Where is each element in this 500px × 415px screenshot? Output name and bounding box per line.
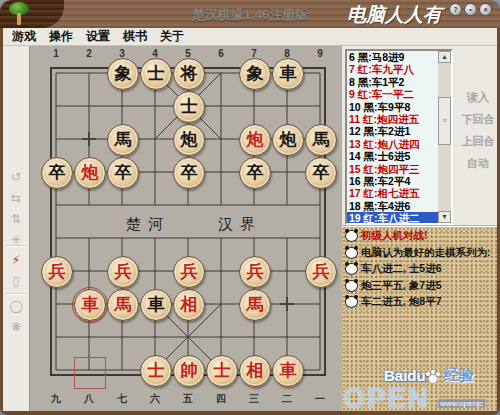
- file-label-bottom: 三: [249, 392, 259, 406]
- file-label-top: 2: [86, 48, 92, 59]
- window-buttons: ?•×: [449, 3, 492, 16]
- piece-black-馬[interactable]: 馬: [107, 124, 139, 156]
- piece-red-兵[interactable]: 兵: [305, 256, 337, 288]
- piece-black-卒[interactable]: 卒: [239, 157, 271, 189]
- piece-black-車[interactable]: 車: [272, 58, 304, 90]
- app-window: 楚汉棋缘1.46注册版 电脑人人有 ?•× 游戏操作设置棋书关于 ↺⇆⇅✳⚡▯◯…: [0, 0, 500, 415]
- file-label-bottom: 五: [183, 392, 193, 406]
- left-toolbar: ↺⇆⇅✳⚡▯◯❋: [3, 46, 30, 411]
- piece-black-士[interactable]: 士: [140, 58, 172, 90]
- piece-red-兵[interactable]: 兵: [107, 256, 139, 288]
- button-自动[interactable]: 自动: [467, 156, 489, 171]
- close-button[interactable]: ×: [479, 3, 492, 16]
- piece-black-卒[interactable]: 卒: [41, 157, 73, 189]
- file-label-bottom: 一: [315, 392, 325, 406]
- move-list-item[interactable]: 6 黑:马8进9: [347, 51, 451, 63]
- piece-red-車[interactable]: 車: [272, 355, 304, 387]
- move-list-scrollbar[interactable]: ▲ ≡ ▼: [438, 51, 451, 223]
- piece-red-帥[interactable]: 帥: [173, 355, 205, 387]
- file-label-bottom: 八: [84, 392, 94, 406]
- piece-red-馬[interactable]: 馬: [239, 289, 271, 321]
- piece-red-相[interactable]: 相: [239, 355, 271, 387]
- analysis-line: 炮三平五, 象7进5: [345, 279, 442, 293]
- piece-red-炮[interactable]: 炮: [239, 124, 271, 156]
- move-list-item[interactable]: 17 红:相七进五: [347, 187, 451, 199]
- piece-black-士[interactable]: 士: [173, 91, 205, 123]
- panda-icon: [345, 263, 358, 275]
- menu-item-设置[interactable]: 设置: [86, 28, 110, 45]
- analysis-text: 车二进五, 炮8平7: [361, 295, 442, 309]
- piece-black-馬[interactable]: 馬: [305, 124, 337, 156]
- help-button[interactable]: ?: [449, 3, 462, 16]
- piece-black-卒[interactable]: 卒: [305, 157, 337, 189]
- move-list-item[interactable]: 19 红:车八进二: [347, 212, 451, 224]
- watermark-exp: 经验: [444, 366, 474, 385]
- panda-icon: [345, 280, 358, 292]
- move-updown-icon[interactable]: ⇅: [3, 212, 29, 226]
- playback-controls: 读入下回合上回合自动: [460, 90, 496, 171]
- piece-black-象[interactable]: 象: [239, 58, 271, 90]
- right-panel: 6 黑:马8进97 红:车九平八8 黑:车1平29 红:车一平二10 黑:车9平…: [342, 46, 497, 411]
- piece-black-車[interactable]: 車: [140, 289, 172, 321]
- file-label-bottom: 四: [216, 392, 226, 406]
- menu-item-棋书[interactable]: 棋书: [123, 28, 147, 45]
- move-list-item[interactable]: 14 黑:士6进5: [347, 150, 451, 162]
- analysis-text: 车八进二, 士5进6: [361, 262, 442, 276]
- panda-icon: [345, 296, 358, 308]
- file-label-top: 1: [53, 48, 59, 59]
- brand-text: 电脑人人有: [347, 2, 442, 28]
- xiangqi-board[interactable]: 楚河 汉界 123456789九八七六五四三二一象士将象車士馬炮炮炮馬卒炮卒卒卒…: [29, 46, 343, 411]
- piece-black-将[interactable]: 将: [173, 58, 205, 90]
- piece-red-兵[interactable]: 兵: [41, 256, 73, 288]
- river-label-right: 汉界: [218, 215, 262, 234]
- scroll-down-button[interactable]: ▼: [438, 211, 451, 223]
- piece-red-相[interactable]: 相: [173, 289, 205, 321]
- analysis-text: 炮三平五, 象7进5: [361, 279, 442, 293]
- piece-red-士[interactable]: 士: [140, 355, 172, 387]
- button-上回合[interactable]: 上回合: [462, 134, 495, 149]
- analysis-line: 电脑认为最好的走棋系列为:: [345, 246, 491, 260]
- watermark-baidu: Baidu: [384, 367, 439, 384]
- move-list-item[interactable]: 7 红:车九平八: [347, 63, 451, 75]
- move-list-item[interactable]: 10 黑:车9平8: [347, 101, 451, 113]
- panda-icon: [345, 247, 358, 259]
- flower-icon[interactable]: ❋: [3, 320, 29, 334]
- file-label-bottom: 六: [150, 392, 160, 406]
- analysis-line: 车二进五, 炮8平7: [345, 295, 442, 309]
- toolbar-separator: [6, 293, 26, 294]
- last-move-from-marker: [74, 357, 106, 389]
- piece-red-馬[interactable]: 馬: [107, 289, 139, 321]
- watermark-url: www.openjc: [438, 399, 485, 408]
- panda-icon: [345, 230, 358, 242]
- menu-item-关于[interactable]: 关于: [160, 28, 184, 45]
- menu-item-游戏[interactable]: 游戏: [12, 28, 36, 45]
- move-list[interactable]: 6 黑:马8进97 红:车九平八8 黑:车1平29 红:车一平二10 黑:车9平…: [345, 49, 453, 225]
- move-list-item[interactable]: 11 红:炮四进五: [347, 113, 451, 125]
- scroll-up-button[interactable]: ▲: [438, 51, 451, 63]
- menu-bar: 游戏操作设置棋书关于: [3, 28, 497, 46]
- move-list-item[interactable]: 18 黑:车4进6: [347, 200, 451, 212]
- river-label-left: 楚河: [126, 215, 170, 234]
- scroll-thumb[interactable]: ≡: [438, 97, 451, 145]
- file-label-bottom: 二: [282, 392, 292, 406]
- piece-red-車[interactable]: 車: [74, 289, 106, 321]
- swap-sides-icon[interactable]: ⇆: [3, 191, 29, 205]
- analysis-text: 初级人机对战!: [361, 229, 428, 243]
- menu-item-操作[interactable]: 操作: [49, 28, 73, 45]
- move-list-item[interactable]: 16 黑:车2平4: [347, 175, 451, 187]
- piece-black-炮[interactable]: 炮: [173, 124, 205, 156]
- move-list-item[interactable]: 8 黑:车1平2: [347, 76, 451, 88]
- move-list-item[interactable]: 9 红:车一平二: [347, 88, 451, 100]
- move-list-item[interactable]: 15 红:炮四平三: [347, 163, 451, 175]
- cannon-point-marker: [82, 132, 96, 146]
- piece-red-兵[interactable]: 兵: [173, 256, 205, 288]
- watermark-open: OPEN: [343, 382, 429, 411]
- file-label-top: 6: [218, 48, 224, 59]
- lightning-icon[interactable]: ⚡: [3, 253, 29, 267]
- analysis-line: 车八进二, 士5进6: [345, 262, 442, 276]
- hand-icon[interactable]: ✳: [3, 233, 29, 247]
- analysis-panel: 车二进五, 炮8平7炮三平五, 象7进5车八进二, 士5进6电脑认为最好的走棋系…: [342, 227, 497, 411]
- piece-red-兵[interactable]: 兵: [239, 256, 271, 288]
- button-下回合[interactable]: 下回合: [462, 112, 495, 127]
- undo-icon[interactable]: ↺: [3, 170, 29, 184]
- analysis-line: 初级人机对战!: [345, 229, 428, 243]
- document-icon[interactable]: ▯: [3, 274, 29, 288]
- file-label-bottom: 九: [51, 392, 61, 406]
- file-label-top: 9: [317, 48, 323, 59]
- analysis-text: 电脑认为最好的走棋系列为:: [361, 246, 491, 260]
- button-读入[interactable]: 读入: [467, 90, 489, 105]
- piece-red-士[interactable]: 士: [206, 355, 238, 387]
- piece-black-炮[interactable]: 炮: [272, 124, 304, 156]
- panel-separator: [342, 225, 497, 226]
- paw-icon: [426, 371, 439, 383]
- file-label-bottom: 七: [117, 392, 127, 406]
- cannon-point-marker: [280, 297, 294, 311]
- piece-red-炮[interactable]: 炮: [74, 157, 106, 189]
- move-list-item[interactable]: 12 黑:车2进1: [347, 125, 451, 137]
- piece-black-象[interactable]: 象: [107, 58, 139, 90]
- minimize-button[interactable]: •: [464, 3, 477, 16]
- move-list-item[interactable]: 13 红:炮八进四: [347, 138, 451, 150]
- piece-black-卒[interactable]: 卒: [107, 157, 139, 189]
- piece-black-卒[interactable]: 卒: [173, 157, 205, 189]
- circle-icon[interactable]: ◯: [3, 299, 29, 313]
- title-bar[interactable]: 楚汉棋缘1.46注册版 电脑人人有 ?•×: [0, 0, 500, 28]
